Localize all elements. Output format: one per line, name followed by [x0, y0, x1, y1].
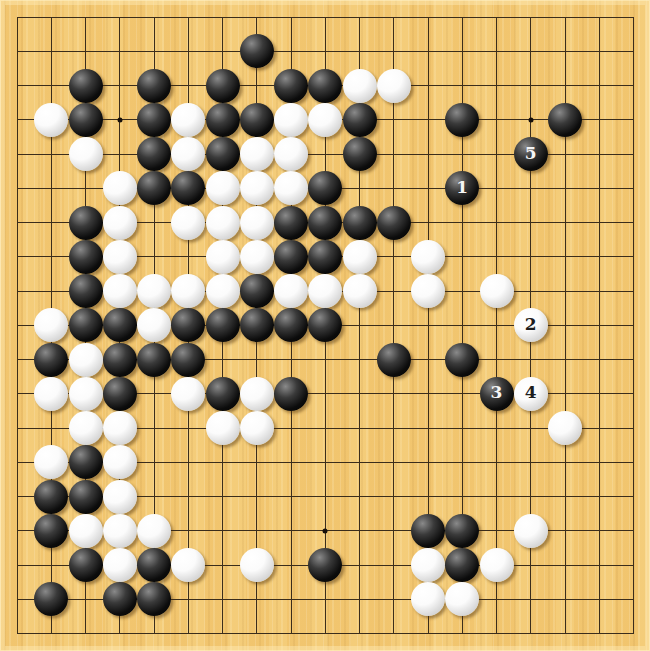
stone-black	[206, 69, 240, 103]
stone-black	[103, 377, 137, 411]
stone-black	[240, 34, 274, 68]
stone-black	[240, 308, 274, 342]
stone-black	[445, 514, 479, 548]
stone-white	[411, 240, 445, 274]
stone-white	[34, 377, 68, 411]
stone-black	[69, 103, 103, 137]
stone-white	[34, 103, 68, 137]
stone-black	[274, 377, 308, 411]
go-board[interactable]: 51234	[0, 0, 650, 651]
stone-white	[69, 137, 103, 171]
move-number-label: 5	[525, 145, 537, 162]
stone-black	[69, 69, 103, 103]
stone-white	[343, 240, 377, 274]
stone-black	[137, 343, 171, 377]
grid-line-vertical	[393, 17, 394, 635]
stone-black	[69, 240, 103, 274]
stone-black	[411, 514, 445, 548]
stone-white	[103, 240, 137, 274]
stone-white	[34, 445, 68, 479]
stone-black	[240, 103, 274, 137]
stone-black	[206, 308, 240, 342]
stone-white	[103, 480, 137, 514]
stone-white	[308, 103, 342, 137]
stone-white	[240, 137, 274, 171]
stone-black	[103, 343, 137, 377]
stone-white	[240, 548, 274, 582]
stone-white	[103, 171, 137, 205]
stone-white	[171, 377, 205, 411]
grid-line-vertical	[633, 17, 634, 635]
stone-black	[308, 69, 342, 103]
stone-white-move-4: 4	[514, 377, 548, 411]
stone-black	[171, 343, 205, 377]
stone-white	[548, 411, 582, 445]
stone-black	[377, 206, 411, 240]
stone-white	[308, 274, 342, 308]
stone-white	[206, 171, 240, 205]
stone-white	[103, 274, 137, 308]
stone-white	[69, 514, 103, 548]
stone-white	[103, 445, 137, 479]
stone-black	[69, 548, 103, 582]
stone-black	[445, 548, 479, 582]
stone-white	[69, 377, 103, 411]
stone-black-move-5: 5	[514, 137, 548, 171]
stone-white	[206, 411, 240, 445]
stone-black-move-1: 1	[445, 171, 479, 205]
stone-black	[69, 274, 103, 308]
stone-white	[171, 274, 205, 308]
stone-white	[171, 103, 205, 137]
stone-black	[137, 548, 171, 582]
stone-black	[34, 343, 68, 377]
stone-black	[69, 308, 103, 342]
stone-white	[103, 411, 137, 445]
star-point	[323, 528, 328, 533]
stone-black	[69, 445, 103, 479]
stone-white	[377, 69, 411, 103]
stone-black	[548, 103, 582, 137]
stone-black	[137, 103, 171, 137]
stone-black	[343, 206, 377, 240]
stone-white	[206, 240, 240, 274]
grid-line-horizontal	[17, 633, 635, 634]
stone-white	[103, 206, 137, 240]
move-number-label: 4	[525, 384, 537, 401]
stone-white	[480, 548, 514, 582]
move-number-label: 2	[525, 316, 537, 333]
stone-black	[34, 582, 68, 616]
stone-white	[343, 69, 377, 103]
grid-line-vertical	[599, 17, 600, 635]
stone-white	[34, 308, 68, 342]
stone-white	[137, 514, 171, 548]
stone-black	[103, 582, 137, 616]
stone-black	[274, 240, 308, 274]
stone-black	[308, 240, 342, 274]
stone-black	[137, 69, 171, 103]
move-number-label: 1	[456, 179, 468, 196]
stone-white	[480, 274, 514, 308]
stone-white	[103, 548, 137, 582]
stone-white	[171, 206, 205, 240]
stone-black	[308, 308, 342, 342]
stone-black	[137, 582, 171, 616]
stone-white	[137, 308, 171, 342]
stone-black	[274, 206, 308, 240]
stone-black	[171, 308, 205, 342]
stone-black	[69, 480, 103, 514]
stone-black	[137, 137, 171, 171]
stone-black	[103, 308, 137, 342]
grid-line-vertical	[496, 17, 497, 635]
stone-white	[240, 377, 274, 411]
stone-black	[69, 206, 103, 240]
star-point	[117, 117, 122, 122]
stone-white	[240, 171, 274, 205]
stone-white	[514, 514, 548, 548]
stone-black	[445, 103, 479, 137]
stone-white	[206, 274, 240, 308]
stone-black	[308, 548, 342, 582]
stone-white-move-2: 2	[514, 308, 548, 342]
stone-black	[343, 137, 377, 171]
stone-black-move-3: 3	[480, 377, 514, 411]
stone-white	[343, 274, 377, 308]
stone-white	[137, 274, 171, 308]
stone-white	[274, 137, 308, 171]
stone-black	[137, 171, 171, 205]
star-point	[528, 117, 533, 122]
stone-black	[274, 308, 308, 342]
stone-black	[240, 274, 274, 308]
stone-black	[206, 137, 240, 171]
stone-white	[411, 548, 445, 582]
stone-white	[240, 206, 274, 240]
stone-black	[206, 377, 240, 411]
stone-black	[308, 206, 342, 240]
stone-white	[171, 548, 205, 582]
stone-black	[308, 171, 342, 205]
stone-white	[69, 411, 103, 445]
stone-black	[206, 103, 240, 137]
stone-black	[274, 69, 308, 103]
stone-white	[103, 514, 137, 548]
stone-white	[411, 274, 445, 308]
stone-black	[377, 343, 411, 377]
stone-black	[343, 103, 377, 137]
stone-white	[69, 343, 103, 377]
stone-black	[34, 514, 68, 548]
stone-black	[171, 171, 205, 205]
stone-white	[206, 206, 240, 240]
move-number-label: 3	[491, 384, 503, 401]
stone-white	[240, 411, 274, 445]
stone-white	[445, 582, 479, 616]
stone-black	[34, 480, 68, 514]
stone-white	[240, 240, 274, 274]
stone-white	[171, 137, 205, 171]
stone-white	[274, 274, 308, 308]
stone-black	[445, 343, 479, 377]
stone-white	[274, 171, 308, 205]
stone-white	[274, 103, 308, 137]
stone-white	[411, 582, 445, 616]
